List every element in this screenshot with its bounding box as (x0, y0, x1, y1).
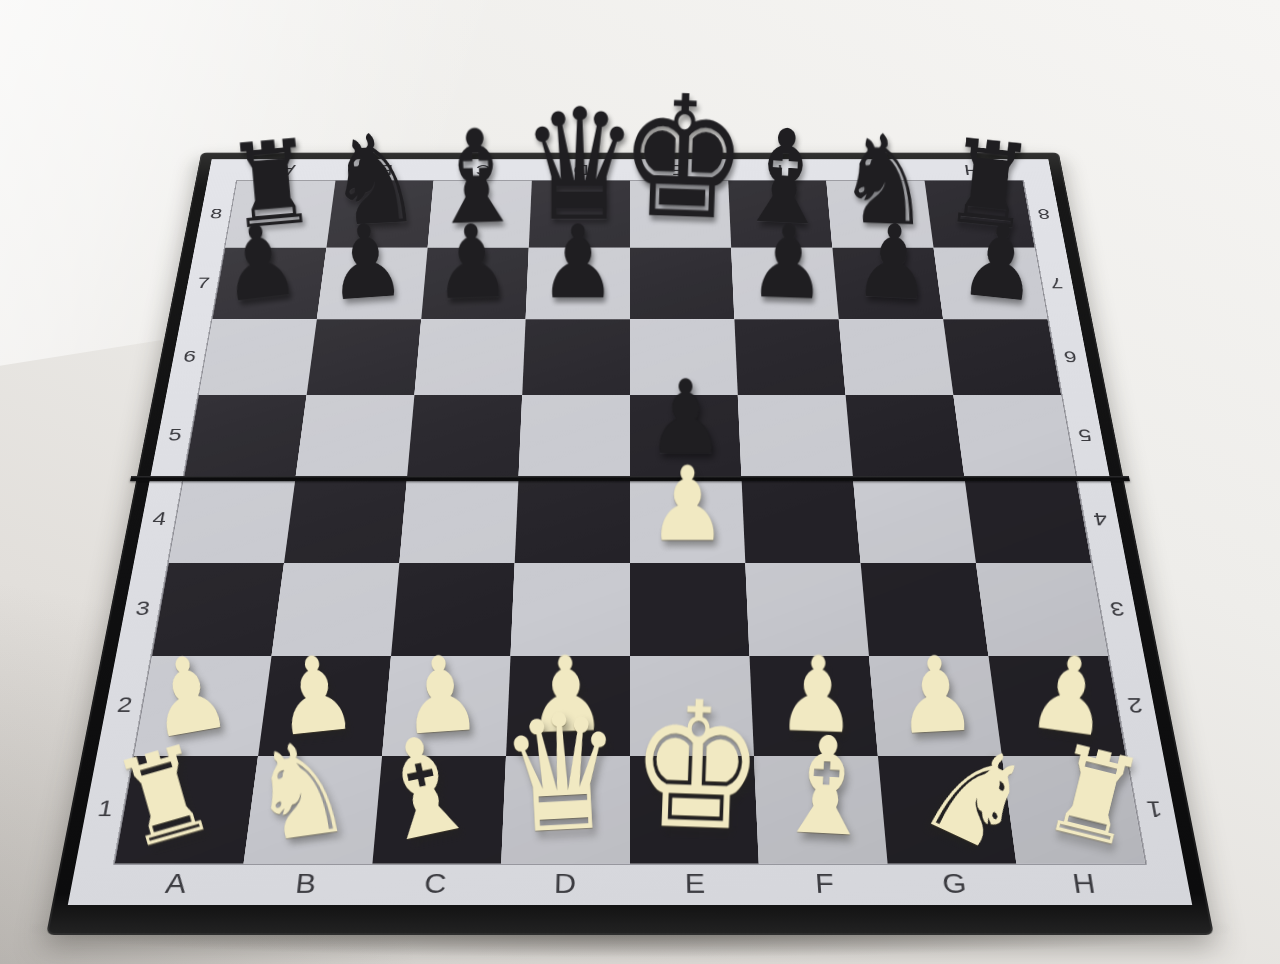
square-h5[interactable] (953, 395, 1075, 476)
coord-label-top-F: F (727, 159, 826, 180)
square-f6[interactable] (734, 319, 845, 395)
square-c4[interactable] (399, 476, 518, 563)
coord-label-top-B: B (335, 159, 435, 180)
coord-label-top-H: H (922, 159, 1023, 180)
square-b4[interactable] (284, 476, 407, 563)
fold-seam-hinge (130, 476, 1130, 481)
square-c6[interactable] (414, 319, 525, 395)
coord-label-top-D: D (532, 159, 630, 180)
desk-surface: ABCDEFGH ABCDEFGH 87654321 87654321 ♜♞♝♛… (0, 0, 1280, 964)
square-a5[interactable] (184, 395, 306, 476)
chess-board-perspective-wrapper: ABCDEFGH ABCDEFGH 87654321 87654321 ♜♞♝♛… (46, 153, 1214, 935)
coord-label-bottom-D: D (499, 864, 630, 905)
coord-label-bottom-H: H (1016, 864, 1152, 905)
piece-white-king-e1[interactable]: ♚ (628, 677, 767, 857)
board-frame: ABCDEFGH ABCDEFGH 87654321 87654321 ♜♞♝♛… (46, 153, 1214, 935)
piece-white-knight-b1[interactable]: ♞ (243, 721, 358, 862)
square-e3[interactable] (630, 563, 749, 656)
square-h6[interactable] (943, 319, 1061, 395)
coordinates-top: ABCDEFGH (237, 159, 1022, 180)
square-d6[interactable] (522, 319, 630, 395)
square-a4[interactable] (169, 476, 296, 563)
piece-black-pawn-g7[interactable]: ♟ (852, 210, 935, 315)
square-f4[interactable] (741, 476, 860, 563)
square-d5[interactable] (519, 395, 630, 476)
piece-black-pawn-c7[interactable]: ♟ (432, 211, 513, 315)
coord-label-top-G: G (824, 159, 924, 180)
coord-label-top-A: A (237, 159, 338, 180)
square-g5[interactable] (846, 395, 965, 476)
square-e7[interactable] (630, 248, 734, 319)
coordinates-bottom: ABCDEFGH (107, 864, 1152, 905)
square-a6[interactable] (199, 319, 317, 395)
coord-label-bottom-G: G (888, 864, 1022, 905)
coord-label-bottom-B: B (238, 864, 372, 905)
square-f5[interactable] (738, 395, 853, 476)
coord-label-bottom-E: E (630, 864, 761, 905)
piece-black-pawn-f7[interactable]: ♟ (748, 211, 829, 315)
square-h4[interactable] (964, 476, 1091, 563)
square-g4[interactable] (853, 476, 976, 563)
piece-white-queen-d1[interactable]: ♛ (496, 691, 627, 858)
square-d4[interactable] (515, 476, 630, 563)
piece-white-bishop-f1[interactable]: ♝ (772, 718, 881, 857)
piece-black-pawn-b7[interactable]: ♟ (324, 209, 408, 316)
piece-black-king-e8[interactable]: ♚ (616, 72, 750, 245)
square-b6[interactable] (307, 319, 422, 395)
piece-white-pawn-e4[interactable]: ♟ (648, 453, 727, 556)
square-b5[interactable] (296, 395, 415, 476)
square-c5[interactable] (407, 395, 522, 476)
coord-label-bottom-A: A (107, 864, 243, 905)
coord-label-top-C: C (434, 159, 533, 180)
piece-black-pawn-d7[interactable]: ♟ (539, 212, 616, 314)
coord-label-bottom-F: F (759, 864, 892, 905)
piece-black-pawn-a7[interactable]: ♟ (215, 208, 304, 318)
square-g6[interactable] (839, 319, 954, 395)
coord-label-bottom-C: C (369, 864, 502, 905)
coord-label-top-E: E (630, 159, 728, 180)
